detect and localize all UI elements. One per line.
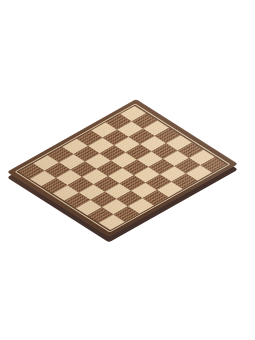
product-photo bbox=[0, 0, 255, 340]
board-grid bbox=[19, 106, 227, 230]
chess-board bbox=[7, 99, 238, 237]
